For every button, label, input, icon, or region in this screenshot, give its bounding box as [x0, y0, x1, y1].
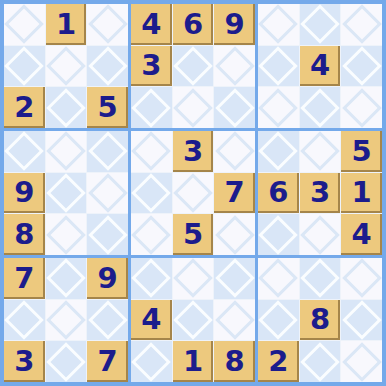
diamond-mark — [342, 46, 382, 86]
cell-r6c4[interactable] — [131, 214, 172, 255]
diamond-mark — [300, 5, 340, 45]
diamond-mark — [88, 46, 128, 86]
diamond-mark — [46, 46, 86, 86]
box-3: 4 — [258, 4, 382, 128]
diamond-mark — [88, 173, 128, 213]
cell-r7c2[interactable] — [46, 258, 87, 299]
diamond-mark — [46, 300, 86, 340]
cell-r6c6[interactable] — [214, 214, 255, 255]
diamond-mark — [300, 259, 340, 299]
box-5: 375 — [131, 131, 255, 255]
cell-r2c2[interactable] — [46, 46, 87, 87]
diamond-mark — [342, 259, 382, 299]
diamond-mark — [5, 300, 45, 340]
cell-r6c5: 5 — [173, 214, 214, 255]
cell-r5c4[interactable] — [131, 173, 172, 214]
box-4: 98 — [4, 131, 128, 255]
box-7: 7937 — [4, 258, 128, 382]
cell-r9c1: 3 — [4, 341, 45, 382]
cell-r2c1[interactable] — [4, 46, 45, 87]
cell-r3c7[interactable] — [258, 87, 299, 128]
diamond-mark — [342, 88, 382, 128]
cell-r7c8[interactable] — [300, 258, 341, 299]
diamond-mark — [215, 215, 255, 255]
diamond-mark — [215, 259, 255, 299]
diamond-mark — [46, 132, 86, 172]
diamond-mark — [132, 342, 172, 382]
diamond-mark — [132, 215, 172, 255]
diamond-mark — [300, 88, 340, 128]
diamond-mark — [46, 342, 86, 382]
diamond-mark — [5, 46, 45, 86]
cell-r4c9: 5 — [341, 131, 382, 172]
cell-r9c9[interactable] — [341, 341, 382, 382]
diamond-mark — [259, 215, 299, 255]
cell-r4c5: 3 — [173, 131, 214, 172]
cell-r8c4: 4 — [131, 300, 172, 341]
cell-r1c8[interactable] — [300, 4, 341, 45]
cell-r1c5: 6 — [173, 4, 214, 45]
cell-r9c4[interactable] — [131, 341, 172, 382]
cell-r9c6: 8 — [214, 341, 255, 382]
diamond-mark — [46, 215, 86, 255]
diamond-mark — [46, 173, 86, 213]
diamond-mark — [215, 46, 255, 86]
cell-r8c3[interactable] — [87, 300, 128, 341]
cell-r7c9[interactable] — [341, 258, 382, 299]
diamond-mark — [132, 88, 172, 128]
cell-r8c5[interactable] — [173, 300, 214, 341]
diamond-mark — [46, 259, 86, 299]
cell-r6c1: 8 — [4, 214, 45, 255]
cell-r2c7[interactable] — [258, 46, 299, 87]
cell-r3c1: 2 — [4, 87, 45, 128]
cell-r1c7[interactable] — [258, 4, 299, 45]
cell-r7c3: 9 — [87, 258, 128, 299]
cell-r1c9[interactable] — [341, 4, 382, 45]
cell-r8c8: 8 — [300, 300, 341, 341]
cell-r9c3: 7 — [87, 341, 128, 382]
cell-r9c8[interactable] — [300, 341, 341, 382]
cell-r5c5[interactable] — [173, 173, 214, 214]
diamond-mark — [300, 132, 340, 172]
cell-r4c6[interactable] — [214, 131, 255, 172]
diamond-mark — [300, 342, 340, 382]
diamond-mark — [88, 132, 128, 172]
box-6: 56314 — [258, 131, 382, 255]
cell-r1c2: 1 — [46, 4, 87, 45]
cell-r6c3[interactable] — [87, 214, 128, 255]
cell-r2c3[interactable] — [87, 46, 128, 87]
cell-r2c8: 4 — [300, 46, 341, 87]
cell-r3c9[interactable] — [341, 87, 382, 128]
sudoku-board: 125 4693 4 98 375 56314 7937 418 82 — [0, 0, 386, 386]
box-2: 4693 — [131, 4, 255, 128]
cell-r2c9[interactable] — [341, 46, 382, 87]
diamond-mark — [88, 215, 128, 255]
cell-r1c1[interactable] — [4, 4, 45, 45]
cell-r5c3[interactable] — [87, 173, 128, 214]
diamond-mark — [46, 88, 86, 128]
cell-r9c2[interactable] — [46, 341, 87, 382]
diamond-mark — [342, 342, 382, 382]
box-8: 418 — [131, 258, 255, 382]
cell-r8c6[interactable] — [214, 300, 255, 341]
box-1: 125 — [4, 4, 128, 128]
diamond-mark — [88, 300, 128, 340]
diamond-mark — [5, 132, 45, 172]
cell-r3c5[interactable] — [173, 87, 214, 128]
cell-r8c7[interactable] — [258, 300, 299, 341]
diamond-mark — [215, 132, 255, 172]
cell-r4c3[interactable] — [87, 131, 128, 172]
cell-r7c1: 7 — [4, 258, 45, 299]
cell-r4c8[interactable] — [300, 131, 341, 172]
cell-r5c8: 3 — [300, 173, 341, 214]
diamond-mark — [259, 259, 299, 299]
cell-r8c2[interactable] — [46, 300, 87, 341]
diamond-mark — [259, 88, 299, 128]
diamond-mark — [259, 132, 299, 172]
diamond-mark — [132, 173, 172, 213]
cell-r4c2[interactable] — [46, 131, 87, 172]
box-9: 82 — [258, 258, 382, 382]
cell-r3c2[interactable] — [46, 87, 87, 128]
diamond-mark — [132, 132, 172, 172]
cell-r7c5[interactable] — [173, 258, 214, 299]
diamond-mark — [342, 300, 382, 340]
diamond-mark — [215, 300, 255, 340]
cell-r1c3[interactable] — [87, 4, 128, 45]
cell-r4c7[interactable] — [258, 131, 299, 172]
cell-r3c6[interactable] — [214, 87, 255, 128]
diamond-mark — [5, 5, 45, 45]
cell-r6c9: 4 — [341, 214, 382, 255]
diamond-mark — [215, 88, 255, 128]
cell-r7c6[interactable] — [214, 258, 255, 299]
cell-r2c5[interactable] — [173, 46, 214, 87]
cell-r8c1[interactable] — [4, 300, 45, 341]
cell-r5c1: 9 — [4, 173, 45, 214]
cell-r3c3: 5 — [87, 87, 128, 128]
diamond-mark — [300, 215, 340, 255]
cell-r4c1[interactable] — [4, 131, 45, 172]
cell-r9c7: 2 — [258, 341, 299, 382]
diamond-mark — [173, 46, 213, 86]
diamond-mark — [342, 5, 382, 45]
cell-r6c2[interactable] — [46, 214, 87, 255]
cell-r1c4: 4 — [131, 4, 172, 45]
diamond-mark — [173, 173, 213, 213]
cell-r3c8[interactable] — [300, 87, 341, 128]
diamond-mark — [259, 46, 299, 86]
cell-r2c4: 3 — [131, 46, 172, 87]
diamond-mark — [132, 259, 172, 299]
diamond-mark — [259, 5, 299, 45]
cell-r7c4[interactable] — [131, 258, 172, 299]
cell-r4c4[interactable] — [131, 131, 172, 172]
diamond-mark — [173, 300, 213, 340]
diamond-mark — [173, 88, 213, 128]
cell-r3c4[interactable] — [131, 87, 172, 128]
diamond-mark — [259, 300, 299, 340]
cell-r6c7[interactable] — [258, 214, 299, 255]
cell-r1c6: 9 — [214, 4, 255, 45]
cell-r6c8[interactable] — [300, 214, 341, 255]
cell-r5c9: 1 — [341, 173, 382, 214]
diamond-mark — [173, 259, 213, 299]
cell-r8c9[interactable] — [341, 300, 382, 341]
cell-r7c7[interactable] — [258, 258, 299, 299]
cell-r2c6[interactable] — [214, 46, 255, 87]
cell-r9c5: 1 — [173, 341, 214, 382]
diamond-mark — [88, 5, 128, 45]
cell-r5c2[interactable] — [46, 173, 87, 214]
cell-r5c6: 7 — [214, 173, 255, 214]
cell-r5c7: 6 — [258, 173, 299, 214]
